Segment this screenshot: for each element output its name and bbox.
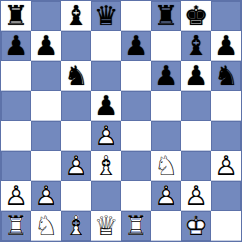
square-f5[interactable] — [151, 91, 181, 121]
black-pawn: ♟ — [31, 31, 61, 61]
white-pawn: ♟♙ — [61, 151, 91, 181]
square-g3[interactable] — [181, 151, 211, 181]
square-e3[interactable] — [121, 151, 151, 181]
black-pawn: ♟ — [121, 31, 151, 61]
square-c4[interactable] — [61, 121, 91, 151]
black-pawn: ♟ — [181, 61, 211, 91]
square-e4[interactable] — [121, 121, 151, 151]
white-knight: ♞♘ — [31, 211, 61, 241]
square-d2[interactable] — [91, 181, 121, 211]
square-a6[interactable] — [1, 61, 31, 91]
square-e5[interactable] — [121, 91, 151, 121]
white-queen: ♛♕ — [91, 211, 121, 241]
square-e1[interactable]: ♜♖ — [121, 211, 151, 241]
square-a2[interactable]: ♟♙ — [1, 181, 31, 211]
white-pawn: ♟♙ — [1, 181, 31, 211]
square-d4[interactable]: ♟♙ — [91, 121, 121, 151]
square-c8[interactable]: ♝ — [61, 1, 91, 31]
square-g4[interactable] — [181, 121, 211, 151]
square-f7[interactable] — [151, 31, 181, 61]
square-b1[interactable]: ♞♘ — [31, 211, 61, 241]
square-g7[interactable]: ♝ — [181, 31, 211, 61]
square-g8[interactable]: ♚ — [181, 1, 211, 31]
square-c6[interactable]: ♞ — [61, 61, 91, 91]
white-bishop: ♝♗ — [61, 211, 91, 241]
black-king: ♚ — [181, 1, 211, 31]
square-h8[interactable] — [211, 1, 241, 31]
black-pawn: ♟ — [151, 61, 181, 91]
square-h5[interactable] — [211, 91, 241, 121]
black-knight: ♞ — [211, 61, 241, 91]
black-bishop: ♝ — [61, 1, 91, 31]
black-queen: ♛ — [91, 1, 121, 31]
white-pawn: ♟♙ — [181, 181, 211, 211]
square-h4[interactable] — [211, 121, 241, 151]
square-g6[interactable]: ♟ — [181, 61, 211, 91]
square-f3[interactable]: ♞♘ — [151, 151, 181, 181]
white-knight: ♞♘ — [151, 151, 181, 181]
square-b4[interactable] — [31, 121, 61, 151]
square-f4[interactable] — [151, 121, 181, 151]
square-a1[interactable]: ♜♖ — [1, 211, 31, 241]
white-pawn: ♟♙ — [211, 151, 241, 181]
square-h6[interactable]: ♞ — [211, 61, 241, 91]
black-pawn: ♟ — [91, 91, 121, 121]
white-bishop: ♝♗ — [91, 151, 121, 181]
white-pawn: ♟♙ — [151, 181, 181, 211]
white-king: ♚♔ — [181, 211, 211, 241]
square-a5[interactable] — [1, 91, 31, 121]
square-a7[interactable]: ♟ — [1, 31, 31, 61]
chess-board: ♜♝♛♜♚♟♟♟♝♟♞♟♟♞♟♟♙♟♙♝♗♞♘♟♙♟♙♟♙♟♙♟♙♜♖♞♘♝♗♛… — [0, 0, 242, 242]
white-pawn: ♟♙ — [31, 181, 61, 211]
square-d3[interactable]: ♝♗ — [91, 151, 121, 181]
screenshot: ♜♝♛♜♚♟♟♟♝♟♞♟♟♞♟♟♙♟♙♝♗♞♘♟♙♟♙♟♙♟♙♟♙♜♖♞♘♝♗♛… — [0, 0, 242, 242]
square-a4[interactable] — [1, 121, 31, 151]
black-pawn: ♟ — [211, 31, 241, 61]
square-d8[interactable]: ♛ — [91, 1, 121, 31]
square-h7[interactable]: ♟ — [211, 31, 241, 61]
square-g5[interactable] — [181, 91, 211, 121]
square-b8[interactable] — [31, 1, 61, 31]
square-b2[interactable]: ♟♙ — [31, 181, 61, 211]
square-g2[interactable]: ♟♙ — [181, 181, 211, 211]
black-pawn: ♟ — [1, 31, 31, 61]
square-d1[interactable]: ♛♕ — [91, 211, 121, 241]
square-h2[interactable] — [211, 181, 241, 211]
white-rook: ♜♖ — [121, 211, 151, 241]
square-f6[interactable]: ♟ — [151, 61, 181, 91]
square-b3[interactable] — [31, 151, 61, 181]
white-rook: ♜♖ — [1, 211, 31, 241]
square-c3[interactable]: ♟♙ — [61, 151, 91, 181]
square-d5[interactable]: ♟ — [91, 91, 121, 121]
square-a3[interactable] — [1, 151, 31, 181]
square-e2[interactable] — [121, 181, 151, 211]
square-d7[interactable] — [91, 31, 121, 61]
square-h1[interactable] — [211, 211, 241, 241]
black-rook: ♜ — [1, 1, 31, 31]
square-b7[interactable]: ♟ — [31, 31, 61, 61]
white-pawn: ♟♙ — [91, 121, 121, 151]
square-c5[interactable] — [61, 91, 91, 121]
square-b5[interactable] — [31, 91, 61, 121]
square-f2[interactable]: ♟♙ — [151, 181, 181, 211]
square-c2[interactable] — [61, 181, 91, 211]
square-c1[interactable]: ♝♗ — [61, 211, 91, 241]
square-e6[interactable] — [121, 61, 151, 91]
black-bishop: ♝ — [181, 31, 211, 61]
square-e8[interactable] — [121, 1, 151, 31]
square-c7[interactable] — [61, 31, 91, 61]
square-h3[interactable]: ♟♙ — [211, 151, 241, 181]
square-f8[interactable]: ♜ — [151, 1, 181, 31]
black-rook: ♜ — [151, 1, 181, 31]
square-a8[interactable]: ♜ — [1, 1, 31, 31]
square-f1[interactable] — [151, 211, 181, 241]
square-e7[interactable]: ♟ — [121, 31, 151, 61]
square-d6[interactable] — [91, 61, 121, 91]
black-knight: ♞ — [61, 61, 91, 91]
square-b6[interactable] — [31, 61, 61, 91]
square-g1[interactable]: ♚♔ — [181, 211, 211, 241]
